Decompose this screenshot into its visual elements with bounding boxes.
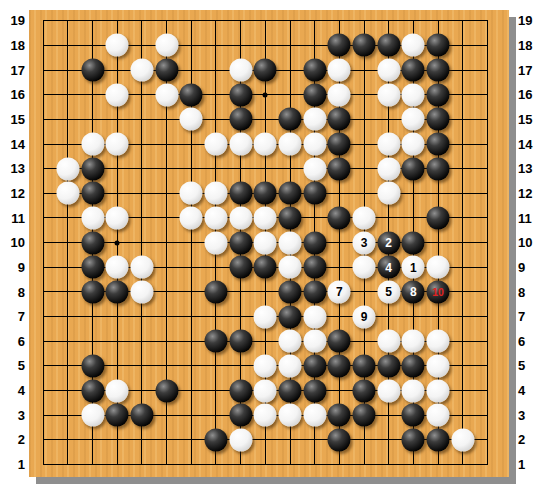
- white-stone: [377, 379, 400, 402]
- white-stone: [353, 256, 376, 279]
- move-10-stone: 10: [427, 280, 450, 303]
- white-stone: [303, 330, 326, 353]
- black-stone: [427, 108, 450, 131]
- black-stone: [106, 404, 129, 427]
- white-stone: [303, 157, 326, 180]
- row-label-left: 3: [2, 403, 25, 428]
- black-stone: [229, 231, 252, 254]
- black-stone: [427, 428, 450, 451]
- move-5-stone: 5: [377, 280, 400, 303]
- black-stone: [155, 379, 178, 402]
- white-stone: [106, 256, 129, 279]
- white-stone: [402, 330, 425, 353]
- black-stone: [402, 404, 425, 427]
- white-stone: [106, 379, 129, 402]
- black-stone: [229, 108, 252, 131]
- black-stone: [279, 206, 302, 229]
- black-stone: [81, 256, 104, 279]
- row-label-left: 13: [2, 156, 25, 181]
- white-stone: [427, 404, 450, 427]
- white-stone: [353, 206, 376, 229]
- black-stone: [279, 182, 302, 205]
- black-stone: [229, 182, 252, 205]
- white-stone: [56, 157, 79, 180]
- white-stone: [279, 404, 302, 427]
- row-label-right: 7: [518, 304, 546, 329]
- black-stone: [328, 428, 351, 451]
- white-stone: [254, 206, 277, 229]
- white-stone: [377, 83, 400, 106]
- white-stone: [180, 206, 203, 229]
- black-stone: [303, 59, 326, 82]
- white-stone: [402, 34, 425, 57]
- white-stone: [279, 330, 302, 353]
- row-label-left: 10: [2, 230, 25, 255]
- white-stone: [377, 330, 400, 353]
- white-stone: [130, 256, 153, 279]
- white-stone: [254, 404, 277, 427]
- black-stone: [328, 330, 351, 353]
- row-label-left: 5: [2, 353, 25, 378]
- white-stone: [229, 428, 252, 451]
- row-label-right: 15: [518, 107, 546, 132]
- row-label-right: 13: [518, 156, 546, 181]
- black-stone: [328, 34, 351, 57]
- white-stone: [229, 206, 252, 229]
- row-label-left: 9: [2, 255, 25, 280]
- black-stone: [427, 59, 450, 82]
- white-stone: [377, 59, 400, 82]
- white-stone: [229, 133, 252, 156]
- white-stone: [402, 133, 425, 156]
- black-stone: [377, 354, 400, 377]
- black-stone: [303, 83, 326, 106]
- row-label-right: 4: [518, 378, 546, 403]
- grid-line-vertical: [462, 20, 463, 465]
- white-stone: [81, 206, 104, 229]
- move-2-stone: 2: [377, 231, 400, 254]
- white-stone: [106, 83, 129, 106]
- row-label-left: 15: [2, 107, 25, 132]
- row-label-left: 4: [2, 378, 25, 403]
- black-stone: [279, 280, 302, 303]
- black-stone: [81, 354, 104, 377]
- white-stone: [402, 83, 425, 106]
- white-stone: [56, 182, 79, 205]
- white-stone: [229, 59, 252, 82]
- black-stone: [303, 256, 326, 279]
- black-stone: [303, 280, 326, 303]
- white-stone: [130, 280, 153, 303]
- row-label-right: 1: [518, 452, 546, 477]
- black-stone: [328, 404, 351, 427]
- row-label-right: 5: [518, 353, 546, 378]
- move-9-stone: 9: [353, 305, 376, 328]
- black-stone: [204, 428, 227, 451]
- black-stone: [328, 133, 351, 156]
- row-label-right: 2: [518, 427, 546, 452]
- black-stone: [279, 379, 302, 402]
- black-stone: [130, 404, 153, 427]
- white-stone: [155, 34, 178, 57]
- white-stone: [303, 305, 326, 328]
- row-label-right: 6: [518, 329, 546, 354]
- move-3-stone: 3: [353, 231, 376, 254]
- white-stone: [106, 206, 129, 229]
- black-stone: [377, 34, 400, 57]
- row-label-left: 14: [2, 132, 25, 157]
- row-label-left: 16: [2, 82, 25, 107]
- white-stone: [427, 354, 450, 377]
- white-stone: [402, 379, 425, 402]
- black-stone: [229, 83, 252, 106]
- row-label-right: 10: [518, 230, 546, 255]
- move-4-stone: 4: [377, 256, 400, 279]
- row-label-left: 2: [2, 427, 25, 452]
- white-stone: [279, 231, 302, 254]
- black-stone: [328, 108, 351, 131]
- star-point: [263, 92, 268, 97]
- black-stone: [303, 379, 326, 402]
- black-stone: [81, 231, 104, 254]
- row-label-left: 8: [2, 280, 25, 305]
- black-stone: [328, 206, 351, 229]
- black-stone: [254, 256, 277, 279]
- white-stone: [279, 354, 302, 377]
- white-stone: [254, 133, 277, 156]
- black-stone: [427, 83, 450, 106]
- white-stone: [180, 108, 203, 131]
- white-stone: [303, 404, 326, 427]
- black-stone: [155, 59, 178, 82]
- white-stone: [204, 206, 227, 229]
- black-stone: [427, 34, 450, 57]
- white-stone: [204, 182, 227, 205]
- white-stone: [204, 231, 227, 254]
- black-stone: [353, 379, 376, 402]
- row-label-left: 1: [2, 452, 25, 477]
- white-stone: [427, 330, 450, 353]
- white-stone: [254, 354, 277, 377]
- black-stone: [303, 354, 326, 377]
- row-label-left: 7: [2, 304, 25, 329]
- black-stone: [229, 256, 252, 279]
- black-stone: [402, 428, 425, 451]
- black-stone: [279, 305, 302, 328]
- move-7-stone: 7: [328, 280, 351, 303]
- black-stone: [81, 280, 104, 303]
- row-label-right: 17: [518, 58, 546, 83]
- move-8-stone: 8: [402, 280, 425, 303]
- white-stone: [180, 182, 203, 205]
- black-stone: [427, 206, 450, 229]
- black-stone: [353, 404, 376, 427]
- black-stone: [427, 157, 450, 180]
- grid-line-horizontal: [43, 464, 488, 465]
- black-stone: [328, 157, 351, 180]
- white-stone: [377, 133, 400, 156]
- black-stone: [229, 379, 252, 402]
- row-label-right: 8: [518, 280, 546, 305]
- row-label-right: 14: [518, 132, 546, 157]
- black-stone: [254, 59, 277, 82]
- white-stone: [279, 133, 302, 156]
- white-stone: [106, 34, 129, 57]
- white-stone: [254, 379, 277, 402]
- black-stone: [81, 157, 104, 180]
- black-stone: [81, 59, 104, 82]
- white-stone: [81, 133, 104, 156]
- row-label-right: 18: [518, 33, 546, 58]
- row-label-right: 16: [518, 82, 546, 107]
- white-stone: [377, 157, 400, 180]
- white-stone: [451, 428, 474, 451]
- black-stone: [106, 280, 129, 303]
- white-stone: [155, 83, 178, 106]
- white-stone: [106, 133, 129, 156]
- black-stone: [204, 280, 227, 303]
- black-stone: [402, 231, 425, 254]
- white-stone: [377, 182, 400, 205]
- row-label-right: 9: [518, 255, 546, 280]
- row-label-right: 12: [518, 181, 546, 206]
- row-label-left: 17: [2, 58, 25, 83]
- black-stone: [180, 83, 203, 106]
- white-stone: [81, 404, 104, 427]
- black-stone: [328, 354, 351, 377]
- black-stone: [229, 330, 252, 353]
- row-label-right: 19: [518, 8, 546, 33]
- black-stone: [402, 157, 425, 180]
- black-stone: [81, 182, 104, 205]
- black-stone: [303, 182, 326, 205]
- white-stone: [254, 305, 277, 328]
- black-stone: [81, 379, 104, 402]
- white-stone: [427, 256, 450, 279]
- white-stone: [402, 108, 425, 131]
- black-stone: [353, 34, 376, 57]
- black-stone: [353, 354, 376, 377]
- move-1-stone: 1: [402, 256, 425, 279]
- white-stone: [130, 59, 153, 82]
- white-stone: [328, 59, 351, 82]
- go-app-window: 3241758109 19191818171716161515141413131…: [0, 0, 547, 491]
- white-stone: [427, 379, 450, 402]
- black-stone: [229, 404, 252, 427]
- row-label-right: 11: [518, 206, 546, 231]
- row-label-left: 18: [2, 33, 25, 58]
- black-stone: [279, 108, 302, 131]
- row-label-right: 3: [518, 403, 546, 428]
- black-stone: [303, 231, 326, 254]
- black-stone: [427, 133, 450, 156]
- white-stone: [254, 231, 277, 254]
- white-stone: [328, 83, 351, 106]
- row-label-left: 19: [2, 8, 25, 33]
- black-stone: [204, 330, 227, 353]
- white-stone: [204, 133, 227, 156]
- black-stone: [254, 182, 277, 205]
- white-stone: [303, 133, 326, 156]
- white-stone: [279, 256, 302, 279]
- row-label-left: 11: [2, 206, 25, 231]
- star-point: [115, 240, 120, 245]
- black-stone: [402, 354, 425, 377]
- row-label-left: 12: [2, 181, 25, 206]
- grid-line-vertical: [487, 20, 488, 465]
- black-stone: [402, 59, 425, 82]
- white-stone: [303, 108, 326, 131]
- row-label-left: 6: [2, 329, 25, 354]
- go-board[interactable]: 3241758109: [29, 10, 509, 477]
